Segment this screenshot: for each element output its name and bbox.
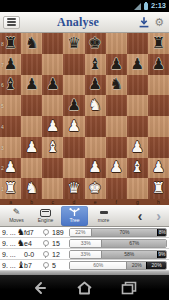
square-d3[interactable] [63,137,84,158]
file-labels: abcdefgh [0,199,169,205]
file-label: e [85,199,106,205]
square-e1[interactable]: ♚ [85,178,106,199]
back-button[interactable] [32,281,48,295]
move-number: 9. ... [2,229,17,236]
rank-label: 3 [1,145,4,151]
page-title: Analyse [20,15,136,30]
result-percentage-bar: 60%20%20% [69,261,167,270]
rank-label: 1 [1,186,4,192]
white-win-segment: 33% [70,240,101,247]
rank-label: 8 [1,41,4,47]
square-b4[interactable] [21,116,42,137]
move-row-e4[interactable]: 9. ...♞e41533%67% [0,238,169,249]
square-h3[interactable] [148,137,169,158]
next-move-button[interactable]: › [156,209,161,223]
result-percentage-bar: 33%67% [69,239,167,248]
toolbar-button-tree[interactable]: Tree [61,206,88,226]
home-icon [76,281,93,295]
square-c8[interactable] [42,33,63,54]
square-b6[interactable]: ♟ [21,75,42,96]
square-f3[interactable] [106,137,127,158]
white-win-segment: 60% [70,262,126,269]
square-e6[interactable]: ♟ [85,75,106,96]
square-b5[interactable] [21,95,42,116]
square-h7[interactable]: ♟ [148,54,169,75]
square-e5[interactable]: ♞ [85,95,106,116]
clock: 2:13 [151,0,166,12]
android-nav-bar [0,275,169,300]
download-icon [138,16,150,28]
black-rook: ♜ [152,36,165,51]
engine-icon [40,209,51,217]
app-screen: 2:13 Analyse ⚙ 8♜♞♛♚♜7♟♝♟♟♟6♝♟♟♟♞5♟♞4♟♟3… [0,0,169,300]
games-count: 189 [52,229,69,236]
move-row-fd7[interactable]: 9. ...♞fd718922%70%8% [0,227,169,238]
draw-segment: 70% [91,229,158,236]
previous-move-button[interactable]: ‹ [138,209,143,223]
hamburger-icon [7,18,16,20]
file-label: f [106,199,127,205]
games-count-icon [43,251,49,257]
square-b8[interactable]: ♞ [21,33,42,54]
battery-icon [144,3,148,10]
white-pawn: ♟ [25,140,38,155]
white-pawn: ♟ [152,160,165,175]
square-f6[interactable]: ♞ [106,75,127,96]
square-a1[interactable]: 1♜ [0,178,21,199]
square-d7[interactable] [63,54,84,75]
white-pawn: ♟ [4,160,17,175]
gear-icon: ⚙ [154,17,164,28]
square-c1[interactable] [42,178,63,199]
draw-segment: 58% [101,251,157,258]
black-pawn: ♟ [46,77,59,92]
square-a3[interactable]: 3 [0,137,21,158]
piece-figurine: ♝ [17,261,24,270]
file-label: d [63,199,84,205]
square-d6[interactable] [63,75,84,96]
square-c4[interactable]: ♟ [42,116,63,137]
square-g3[interactable]: ♟ [127,137,148,158]
result-percentage-bar: 33%58%9% [69,250,167,259]
square-b2[interactable] [21,158,42,179]
games-count: 5 [52,262,69,269]
square-c6[interactable]: ♟ [42,75,63,96]
pencil-icon: ✎ [13,208,21,217]
back-icon [32,281,48,295]
home-button[interactable] [76,281,93,295]
move-text: e4 [24,240,41,247]
move-row-b7[interactable]: 9. ...♝b7560%20%20% [0,260,169,271]
move-statistics-list: 9. ...♞fd718922%70%8%9. ...♞e41533%67%9.… [0,227,169,271]
black-pawn: ♟ [4,57,17,72]
chess-board: 8♜♞♛♚♜7♟♝♟♟♟6♝♟♟♟♞5♟♞4♟♟3♟♝♟2♟♟♟♝♟1♜♞♛♚♜ [0,33,169,199]
square-d2[interactable] [63,158,84,179]
white-pawn: ♟ [88,160,101,175]
white-pawn: ♟ [46,119,59,134]
black-pawn: ♟ [88,77,101,92]
square-e8[interactable]: ♚ [85,33,106,54]
square-c3[interactable]: ♝ [42,137,63,158]
move-text: b7 [24,262,41,269]
status-bar: 2:13 [0,0,169,12]
square-b3[interactable]: ♟ [21,137,42,158]
white-pawn: ♟ [109,160,122,175]
move-number: 9. ... [2,262,17,269]
black-bishop: ♝ [88,57,101,72]
settings-button[interactable]: ⚙ [152,17,166,28]
move-text: 0-0 [24,251,41,258]
square-d1[interactable]: ♛ [63,178,84,199]
white-pawn: ♟ [131,140,144,155]
signal-icon [134,3,141,10]
square-a7[interactable]: 7♟ [0,54,21,75]
toolbar-button-label: Engine [38,218,54,223]
square-f5[interactable] [106,95,127,116]
white-rook: ♜ [152,181,165,196]
file-label: h [148,199,169,205]
square-b7[interactable] [21,54,42,75]
square-h8[interactable]: ♜ [148,33,169,54]
piece-figurine: ♞ [17,228,24,237]
move-number: 9. ... [2,251,17,258]
white-win-segment: 33% [70,251,101,258]
white-win-segment: 22% [70,229,91,236]
download-button[interactable] [136,16,152,28]
more-icon [100,211,108,214]
file-label: b [21,199,42,205]
square-g5[interactable] [127,95,148,116]
games-count: 12 [52,251,69,258]
toolbar-button-moves[interactable]: ✎Moves [3,206,30,226]
black-knight: ♞ [109,77,122,92]
app-header: Analyse ⚙ [0,12,169,33]
recents-button[interactable] [121,281,137,295]
black-queen: ♛ [67,36,80,51]
games-count: 15 [52,240,69,247]
square-f4[interactable] [106,116,127,137]
square-d8[interactable]: ♛ [63,33,84,54]
square-g7[interactable]: ♟ [127,54,148,75]
black-rook: ♜ [4,36,17,51]
square-c2[interactable] [42,158,63,179]
black-win-segment: 20% [146,262,166,269]
square-a2[interactable]: 2♟ [0,158,21,179]
white-knight: ♞ [25,181,38,196]
white-bishop: ♝ [46,140,59,155]
square-a6[interactable]: 6♝ [0,75,21,96]
toolbar-button-label: Tree [69,218,79,223]
hamburger-menu-button[interactable] [3,16,20,29]
rank-label: 7 [1,62,4,68]
black-pawn: ♟ [25,77,38,92]
white-rook: ♜ [4,181,17,196]
games-count-icon [43,240,49,246]
white-bishop: ♝ [131,160,144,175]
recents-icon [121,281,137,295]
black-pawn: ♟ [152,57,165,72]
square-g1[interactable] [127,178,148,199]
black-pawn: ♟ [131,57,144,72]
square-c5[interactable] [42,95,63,116]
square-e2[interactable]: ♟ [85,158,106,179]
games-count-icon [43,262,49,268]
rank-label: 2 [1,165,4,171]
square-h4[interactable] [148,116,169,137]
toolbar-button-engine[interactable]: Engine [32,206,59,226]
square-b1[interactable]: ♞ [21,178,42,199]
square-g6[interactable] [127,75,148,96]
black-pawn: ♟ [67,98,80,113]
square-e7[interactable]: ♝ [85,54,106,75]
square-c7[interactable] [42,54,63,75]
square-e4[interactable] [85,116,106,137]
square-g2[interactable]: ♝ [127,158,148,179]
white-pawn: ♟ [67,119,80,134]
square-h1[interactable]: ♜ [148,178,169,199]
square-a4[interactable]: 4 [0,116,21,137]
result-percentage-bar: 22%70%8% [69,228,167,237]
file-label: a [0,199,21,205]
black-win-segment: 8% [157,229,166,236]
square-e3[interactable] [85,137,106,158]
white-knight: ♞ [88,98,101,113]
toolbar-button-more[interactable]: more [90,206,117,226]
move-number: 9. ... [2,240,17,247]
square-d5[interactable]: ♟ [63,95,84,116]
square-f1[interactable] [106,178,127,199]
file-label: c [42,199,63,205]
square-f7[interactable]: ♟ [106,54,127,75]
move-text: fd7 [24,229,41,236]
black-pawn: ♟ [109,57,122,72]
rank-label: 4 [1,124,4,130]
file-label: g [127,199,148,205]
games-count-icon [43,229,49,235]
square-d4[interactable]: ♟ [63,116,84,137]
white-king: ♚ [88,181,101,196]
rank-label: 5 [1,103,4,109]
black-bishop: ♝ [4,77,17,92]
square-a5[interactable]: 5 [0,95,21,116]
white-queen: ♛ [67,181,80,196]
black-king: ♚ [88,36,101,51]
draw-segment: 67% [101,240,166,247]
draw-segment: 20% [126,262,146,269]
analysis-toolbar: ✎MovesEngineTreemore ‹ › [0,205,169,227]
square-h5[interactable] [148,95,169,116]
black-win-segment: 9% [157,251,166,258]
square-a8[interactable]: 8♜ [0,33,21,54]
rank-label: 6 [1,82,4,88]
square-h2[interactable]: ♟ [148,158,169,179]
square-h6[interactable] [148,75,169,96]
square-f2[interactable]: ♟ [106,158,127,179]
move-row-0-0[interactable]: 9. ...0-01233%58%9% [0,249,169,260]
square-g8[interactable] [127,33,148,54]
black-knight: ♞ [25,36,38,51]
tree-icon [69,208,80,217]
square-f8[interactable] [106,33,127,54]
toolbar-button-label: more [98,218,109,223]
toolbar-button-label: Moves [9,218,24,223]
piece-figurine: ♞ [17,239,24,248]
square-g4[interactable] [127,116,148,137]
